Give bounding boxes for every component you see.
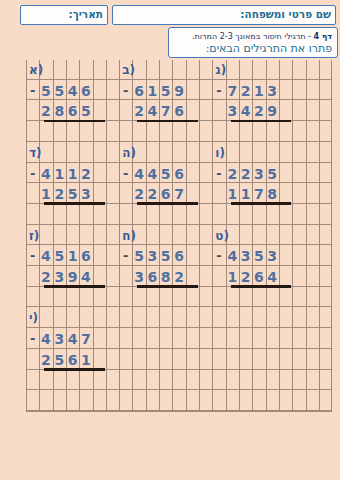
minuend-digit: 5 [159, 81, 172, 102]
minuend-digit: 4 [39, 246, 52, 267]
instructions-prompt: פתרו את התרגילים הבאים: [169, 42, 337, 56]
minuend-digit: 5 [159, 246, 172, 267]
minuend-digit: 6 [79, 246, 92, 267]
minuend-digit: 4 [66, 81, 79, 102]
minuend-digit: 3 [146, 246, 159, 267]
answer-underline [44, 285, 105, 288]
worksheet-grid: א)-55462865ב)-61592476ג)-72133429ד)-4112… [26, 60, 332, 412]
answer-underline [231, 285, 292, 288]
minuend-digit: 3 [239, 246, 252, 267]
date-field[interactable]: תאריך: [20, 5, 108, 25]
answer-underline [137, 120, 198, 123]
minuend-digit: 1 [146, 81, 159, 102]
minuend-digit: 3 [266, 246, 279, 267]
exercise-label: י) [27, 308, 54, 329]
minuend-digit: 7 [226, 81, 239, 102]
minus-sign: - [26, 164, 39, 185]
minuend-digit: 2 [79, 164, 92, 185]
answer-underline [231, 202, 292, 205]
minuend-digit: 4 [226, 246, 239, 267]
minuend-digit: 3 [53, 329, 66, 350]
instructions-title: דף 4 - תרגילי חיסור במאונך 2-3 המרות. [169, 31, 337, 42]
instructions-title-rest: - תרגילי חיסור במאונך 2-3 המרות. [192, 32, 314, 41]
minuend-digit: 1 [66, 164, 79, 185]
minuend-digit: 1 [53, 164, 66, 185]
exercise-label: ח) [120, 226, 147, 247]
minuend-digit: 2 [239, 81, 252, 102]
minuend-digit: 7 [79, 329, 92, 350]
page-number-label: דף 4 [314, 32, 332, 41]
exercise-label: ז) [27, 226, 54, 247]
minuend-digit: 5 [53, 246, 66, 267]
minuend-digit: 5 [159, 164, 172, 185]
answer-underline [137, 202, 198, 205]
minuend-digit: 2 [239, 164, 252, 185]
minuend-digit: 4 [39, 164, 52, 185]
minuend-digit: 2 [226, 164, 239, 185]
minus-sign: - [26, 246, 39, 267]
minus-sign: - [119, 246, 132, 267]
exercise-label: ה) [120, 143, 147, 164]
answer-underline [44, 202, 105, 205]
minuend-digit: 4 [66, 329, 79, 350]
minus-sign: - [212, 246, 225, 267]
minuend-digit: 6 [172, 246, 185, 267]
minus-sign: - [119, 164, 132, 185]
instructions-box: דף 4 - תרגילי חיסור במאונך 2-3 המרות. פת… [168, 27, 338, 58]
minuend-digit: 4 [132, 164, 145, 185]
minus-sign: - [212, 164, 225, 185]
minuend-digit: 5 [39, 81, 52, 102]
minuend-digit: 5 [132, 246, 145, 267]
date-label: תאריך: [21, 6, 107, 23]
answer-underline [137, 285, 198, 288]
answer-underline [231, 120, 292, 123]
exercise-label: א) [27, 60, 54, 81]
name-field[interactable]: שם פרטי ומשפחה: [112, 5, 336, 25]
minuend-digit: 6 [132, 81, 145, 102]
minus-sign: - [212, 81, 225, 102]
minuend-digit: 6 [79, 81, 92, 102]
exercise-label: ב) [120, 60, 147, 81]
exercise-label: ד) [27, 143, 54, 164]
minus-sign: - [119, 81, 132, 102]
minus-sign: - [26, 329, 39, 350]
minuend-digit: 4 [146, 164, 159, 185]
exercise-label: ג) [213, 60, 240, 81]
minuend-digit: 9 [172, 81, 185, 102]
answer-underline [44, 120, 105, 123]
name-label: שם פרטי ומשפחה: [113, 6, 335, 23]
worksheet-page: תאריך: שם פרטי ומשפחה: דף 4 - תרגילי חיס… [0, 0, 340, 480]
exercise-label: ט) [213, 226, 240, 247]
exercise-label: ו) [213, 143, 240, 164]
minuend-digit: 5 [252, 246, 265, 267]
minus-sign: - [26, 81, 39, 102]
minuend-digit: 5 [266, 164, 279, 185]
minuend-digit: 6 [172, 164, 185, 185]
minuend-digit: 1 [252, 81, 265, 102]
minuend-digit: 5 [53, 81, 66, 102]
minuend-digit: 1 [66, 246, 79, 267]
minuend-digit: 4 [39, 329, 52, 350]
minuend-digit: 3 [252, 164, 265, 185]
answer-underline [44, 368, 105, 371]
minuend-digit: 3 [266, 81, 279, 102]
